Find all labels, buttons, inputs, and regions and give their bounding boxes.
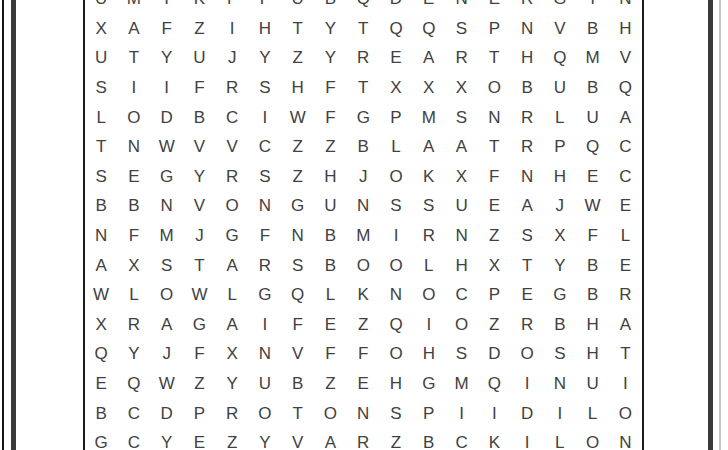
letter-cell-r3c2: T — [118, 43, 151, 73]
letter-cell-r4c12: X — [445, 73, 478, 103]
letter-cell-r9c5: G — [216, 221, 249, 251]
letter-cell-r5c4: B — [183, 102, 216, 132]
letter-cell-r1c1: U — [85, 0, 118, 14]
letter-cell-r12c2: R — [118, 310, 151, 340]
letter-cell-r6c11: A — [413, 132, 446, 162]
letter-cell-r14c4: Z — [183, 369, 216, 399]
letter-cell-r16c14: I — [511, 428, 544, 450]
letter-cell-r8c11: S — [413, 191, 446, 221]
letter-cell-r4c11: X — [413, 73, 446, 103]
letter-cell-r4c9: T — [347, 73, 380, 103]
letter-cell-r3c10: E — [380, 43, 413, 73]
letter-cell-r11c11: O — [413, 280, 446, 310]
letter-cell-r8c4: V — [183, 191, 216, 221]
letter-cell-r1c10: D — [380, 0, 413, 14]
letter-cell-r1c2: M — [118, 0, 151, 14]
letter-cell-r16c12: C — [445, 428, 478, 450]
letter-cell-r13c6: N — [249, 339, 282, 369]
letter-cell-r15c7: T — [282, 398, 315, 428]
letter-cell-r1c7: U — [282, 0, 315, 14]
letter-cell-r9c10: I — [380, 221, 413, 251]
letter-cell-r8c6: N — [249, 191, 282, 221]
letter-cell-r13c8: F — [314, 339, 347, 369]
letter-cell-r7c2: E — [118, 162, 151, 192]
letter-cell-r3c13: T — [478, 43, 511, 73]
letter-cell-r5c8: F — [314, 102, 347, 132]
letter-cell-r16c9: R — [347, 428, 380, 450]
letter-cell-r9c1: N — [85, 221, 118, 251]
letter-cell-r4c16: B — [576, 73, 609, 103]
letter-cell-r4c8: F — [314, 73, 347, 103]
letter-cell-r6c15: P — [544, 132, 577, 162]
letter-cell-r6c13: T — [478, 132, 511, 162]
letter-cell-r14c8: Z — [314, 369, 347, 399]
word-search-grid: UMIKFFUBQDENERGYNXAFZIHTYTQQSPNVBHUTYUJY… — [85, 0, 642, 450]
letter-cell-r8c5: O — [216, 191, 249, 221]
letter-cell-r6c5: V — [216, 132, 249, 162]
letter-cell-r2c9: T — [347, 14, 380, 44]
letter-cell-r15c4: P — [183, 398, 216, 428]
letter-cell-r13c13: D — [478, 339, 511, 369]
letter-cell-r7c7: Z — [282, 162, 315, 192]
letter-cell-r7c6: S — [249, 162, 282, 192]
letter-cell-r13c9: F — [347, 339, 380, 369]
letter-cell-r9c17: L — [609, 221, 642, 251]
letter-cell-r5c14: R — [511, 102, 544, 132]
letter-cell-r15c1: B — [85, 398, 118, 428]
letter-cell-r10c3: S — [151, 250, 184, 280]
page-frame-left-outer-rule — [2, 0, 4, 450]
letter-cell-r6c2: N — [118, 132, 151, 162]
letter-cell-r11c9: K — [347, 280, 380, 310]
letter-cell-r14c10: H — [380, 369, 413, 399]
letter-cell-r11c2: L — [118, 280, 151, 310]
letter-cell-r3c16: M — [576, 43, 609, 73]
letter-cell-r15c11: P — [413, 398, 446, 428]
letter-cell-r15c12: I — [445, 398, 478, 428]
letter-cell-r3c11: A — [413, 43, 446, 73]
letter-cell-r16c16: O — [576, 428, 609, 450]
letter-cell-r12c3: A — [151, 310, 184, 340]
letter-cell-r4c14: B — [511, 73, 544, 103]
letter-cell-r13c16: H — [576, 339, 609, 369]
letter-cell-r10c17: E — [609, 250, 642, 280]
letter-cell-r7c3: G — [151, 162, 184, 192]
letter-cell-r7c1: S — [85, 162, 118, 192]
letter-cell-r11c8: L — [314, 280, 347, 310]
letter-cell-r6c14: R — [511, 132, 544, 162]
letter-cell-r14c9: E — [347, 369, 380, 399]
letter-cell-r13c5: X — [216, 339, 249, 369]
letter-cell-r6c17: C — [609, 132, 642, 162]
letter-cell-r15c2: C — [118, 398, 151, 428]
letter-cell-r13c2: Y — [118, 339, 151, 369]
letter-cell-r6c3: W — [151, 132, 184, 162]
letter-cell-r8c15: J — [544, 191, 577, 221]
letter-cell-r15c6: O — [249, 398, 282, 428]
letter-cell-r2c14: N — [511, 14, 544, 44]
letter-cell-r13c17: T — [609, 339, 642, 369]
letter-cell-r15c14: D — [511, 398, 544, 428]
letter-cell-r7c17: C — [609, 162, 642, 192]
letter-cell-r11c17: R — [609, 280, 642, 310]
letter-cell-r11c1: W — [85, 280, 118, 310]
letter-cell-r5c5: C — [216, 102, 249, 132]
letter-cell-r16c3: Y — [151, 428, 184, 450]
letter-cell-r9c14: S — [511, 221, 544, 251]
letter-cell-r4c10: X — [380, 73, 413, 103]
letter-cell-r16c1: G — [85, 428, 118, 450]
letter-cell-r12c7: F — [282, 310, 315, 340]
letter-cell-r2c8: Y — [314, 14, 347, 44]
letter-cell-r9c11: R — [413, 221, 446, 251]
letter-cell-r15c3: D — [151, 398, 184, 428]
letter-cell-r11c7: Q — [282, 280, 315, 310]
letter-cell-r10c14: T — [511, 250, 544, 280]
letter-cell-r2c7: T — [282, 14, 315, 44]
letter-cell-r10c5: A — [216, 250, 249, 280]
letter-cell-r5c7: W — [282, 102, 315, 132]
letter-cell-r8c9: N — [347, 191, 380, 221]
letter-cell-r7c14: N — [511, 162, 544, 192]
letter-cell-r14c2: Q — [118, 369, 151, 399]
letter-cell-r1c12: N — [445, 0, 478, 14]
letter-cell-r10c11: L — [413, 250, 446, 280]
letter-cell-r12c1: X — [85, 310, 118, 340]
letter-cell-r15c8: O — [314, 398, 347, 428]
letter-cell-r11c16: B — [576, 280, 609, 310]
letter-cell-r8c8: U — [314, 191, 347, 221]
letter-cell-r11c13: P — [478, 280, 511, 310]
letter-cell-r2c1: X — [85, 14, 118, 44]
letter-cell-r7c16: E — [576, 162, 609, 192]
letter-cell-r12c6: I — [249, 310, 282, 340]
letter-cell-r4c13: O — [478, 73, 511, 103]
letter-cell-r14c12: M — [445, 369, 478, 399]
letter-cell-r16c17: N — [609, 428, 642, 450]
letter-cell-r16c7: V — [282, 428, 315, 450]
letter-cell-r1c8: B — [314, 0, 347, 14]
letter-cell-r15c9: N — [347, 398, 380, 428]
letter-cell-r9c9: M — [347, 221, 380, 251]
letter-cell-r13c4: F — [183, 339, 216, 369]
letter-cell-r2c3: F — [151, 14, 184, 44]
letter-cell-r10c13: X — [478, 250, 511, 280]
letter-cell-r1c5: F — [216, 0, 249, 14]
letter-cell-r5c2: O — [118, 102, 151, 132]
letter-cell-r13c15: S — [544, 339, 577, 369]
letter-cell-r9c2: F — [118, 221, 151, 251]
letter-cell-r16c11: B — [413, 428, 446, 450]
letter-cell-r14c13: Q — [478, 369, 511, 399]
letter-cell-r10c1: A — [85, 250, 118, 280]
letter-cell-r11c12: C — [445, 280, 478, 310]
letter-cell-r13c1: Q — [85, 339, 118, 369]
letter-cell-r2c10: Q — [380, 14, 413, 44]
letter-cell-r3c17: V — [609, 43, 642, 73]
letter-cell-r12c16: H — [576, 310, 609, 340]
letter-cell-r7c11: K — [413, 162, 446, 192]
letter-cell-r12c15: B — [544, 310, 577, 340]
letter-cell-r2c17: H — [609, 14, 642, 44]
letter-cell-r16c5: Z — [216, 428, 249, 450]
letter-cell-r14c5: Y — [216, 369, 249, 399]
letter-cell-r4c3: I — [151, 73, 184, 103]
letter-cell-r15c16: L — [576, 398, 609, 428]
letter-cell-r3c8: Y — [314, 43, 347, 73]
letter-cell-r13c3: J — [151, 339, 184, 369]
letter-cell-r5c10: P — [380, 102, 413, 132]
letter-cell-r15c17: O — [609, 398, 642, 428]
letter-cell-r11c5: L — [216, 280, 249, 310]
letter-cell-r3c12: R — [445, 43, 478, 73]
letter-cell-r3c15: Q — [544, 43, 577, 73]
letter-cell-r15c10: S — [380, 398, 413, 428]
letter-cell-r13c7: V — [282, 339, 315, 369]
letter-cell-r10c7: S — [282, 250, 315, 280]
letter-cell-r5c16: U — [576, 102, 609, 132]
letter-cell-r7c10: O — [380, 162, 413, 192]
letter-cell-r1c16: Y — [576, 0, 609, 14]
letter-cell-r16c13: K — [478, 428, 511, 450]
letter-cell-r2c11: Q — [413, 14, 446, 44]
letter-cell-r2c5: I — [216, 14, 249, 44]
letter-cell-r10c10: O — [380, 250, 413, 280]
letter-cell-r6c12: A — [445, 132, 478, 162]
letter-cell-r1c13: E — [478, 0, 511, 14]
letter-cell-r15c15: I — [544, 398, 577, 428]
letter-cell-r16c4: E — [183, 428, 216, 450]
letter-cell-r14c11: G — [413, 369, 446, 399]
letter-cell-r6c10: L — [380, 132, 413, 162]
letter-cell-r2c12: S — [445, 14, 478, 44]
letter-cell-r1c14: R — [511, 0, 544, 14]
letter-cell-r6c4: V — [183, 132, 216, 162]
letter-cell-r3c3: Y — [151, 43, 184, 73]
letter-cell-r14c6: U — [249, 369, 282, 399]
letter-cell-r4c4: F — [183, 73, 216, 103]
letter-cell-r16c2: C — [118, 428, 151, 450]
letter-cell-r7c15: H — [544, 162, 577, 192]
letter-cell-r3c5: J — [216, 43, 249, 73]
letter-cell-r2c2: A — [118, 14, 151, 44]
letter-cell-r3c9: R — [347, 43, 380, 73]
letter-cell-r12c8: E — [314, 310, 347, 340]
letter-cell-r12c13: Z — [478, 310, 511, 340]
letter-cell-r13c11: H — [413, 339, 446, 369]
letter-cell-r3c4: U — [183, 43, 216, 73]
letter-cell-r10c6: R — [249, 250, 282, 280]
letter-cell-r14c14: I — [511, 369, 544, 399]
letter-cell-r13c12: S — [445, 339, 478, 369]
letter-cell-r5c3: D — [151, 102, 184, 132]
letter-cell-r10c4: T — [183, 250, 216, 280]
letter-cell-r11c4: W — [183, 280, 216, 310]
letter-cell-r1c15: G — [544, 0, 577, 14]
letter-cell-r12c11: I — [413, 310, 446, 340]
letter-cell-r11c3: O — [151, 280, 184, 310]
letter-cell-r5c13: N — [478, 102, 511, 132]
letter-cell-r1c11: E — [413, 0, 446, 14]
letter-cell-r1c17: N — [609, 0, 642, 14]
letter-cell-r12c14: R — [511, 310, 544, 340]
letter-cell-r1c6: F — [249, 0, 282, 14]
letter-cell-r8c17: E — [609, 191, 642, 221]
letter-cell-r4c7: H — [282, 73, 315, 103]
letter-cell-r6c9: B — [347, 132, 380, 162]
letter-cell-r12c4: G — [183, 310, 216, 340]
worksheet-page: { "colors": { "page_background": "#fffff… — [0, 0, 728, 450]
letter-cell-r11c10: N — [380, 280, 413, 310]
page-frame-right-inner-rule — [708, 0, 713, 450]
letter-cell-r9c8: B — [314, 221, 347, 251]
letter-cell-r14c15: N — [544, 369, 577, 399]
letter-cell-r15c5: R — [216, 398, 249, 428]
letter-cell-r9c3: M — [151, 221, 184, 251]
letter-cell-r9c4: J — [183, 221, 216, 251]
letter-cell-r8c3: N — [151, 191, 184, 221]
letter-cell-r10c9: O — [347, 250, 380, 280]
letter-cell-r12c5: A — [216, 310, 249, 340]
letter-cell-r16c15: L — [544, 428, 577, 450]
letter-cell-r7c8: H — [314, 162, 347, 192]
letter-cell-r12c17: A — [609, 310, 642, 340]
letter-cell-r11c6: G — [249, 280, 282, 310]
letter-cell-r9c7: N — [282, 221, 315, 251]
letter-cell-r2c13: P — [478, 14, 511, 44]
letter-cell-r10c15: Y — [544, 250, 577, 280]
letter-cell-r10c8: B — [314, 250, 347, 280]
letter-cell-r3c6: Y — [249, 43, 282, 73]
letter-cell-r5c6: I — [249, 102, 282, 132]
letter-cell-r3c1: U — [85, 43, 118, 73]
letter-cell-r1c3: I — [151, 0, 184, 14]
letter-cell-r6c16: Q — [576, 132, 609, 162]
letter-cell-r12c12: O — [445, 310, 478, 340]
letter-cell-r2c15: V — [544, 14, 577, 44]
letter-cell-r12c10: Q — [380, 310, 413, 340]
page-frame-left-inner-rule — [11, 0, 16, 450]
letter-cell-r5c1: L — [85, 102, 118, 132]
letter-cell-r16c8: A — [314, 428, 347, 450]
letter-cell-r6c6: C — [249, 132, 282, 162]
letter-cell-r9c15: X — [544, 221, 577, 251]
letter-cell-r4c2: I — [118, 73, 151, 103]
word-search-board: UMIKFFUBQDENERGYNXAFZIHTYTQQSPNVBHUTYUJY… — [83, 0, 644, 450]
letter-cell-r13c14: O — [511, 339, 544, 369]
letter-cell-r8c16: W — [576, 191, 609, 221]
letter-cell-r7c5: R — [216, 162, 249, 192]
letter-cell-r13c10: O — [380, 339, 413, 369]
letter-cell-r5c11: M — [413, 102, 446, 132]
letter-cell-r11c15: G — [544, 280, 577, 310]
letter-cell-r4c5: R — [216, 73, 249, 103]
letter-cell-r15c13: I — [478, 398, 511, 428]
letter-cell-r12c9: Z — [347, 310, 380, 340]
letter-cell-r5c12: S — [445, 102, 478, 132]
letter-cell-r1c4: K — [183, 0, 216, 14]
letter-cell-r9c12: N — [445, 221, 478, 251]
letter-cell-r10c2: X — [118, 250, 151, 280]
letter-cell-r8c2: B — [118, 191, 151, 221]
letter-cell-r6c8: Z — [314, 132, 347, 162]
letter-cell-r5c15: L — [544, 102, 577, 132]
letter-cell-r2c16: B — [576, 14, 609, 44]
letter-cell-r11c14: E — [511, 280, 544, 310]
letter-cell-r14c17: I — [609, 369, 642, 399]
letter-cell-r5c17: A — [609, 102, 642, 132]
letter-cell-r4c15: U — [544, 73, 577, 103]
letter-cell-r8c10: S — [380, 191, 413, 221]
letter-cell-r14c7: B — [282, 369, 315, 399]
letter-cell-r14c16: U — [576, 369, 609, 399]
letter-cell-r16c6: Y — [249, 428, 282, 450]
letter-cell-r7c4: Y — [183, 162, 216, 192]
letter-cell-r4c17: Q — [609, 73, 642, 103]
letter-cell-r8c14: A — [511, 191, 544, 221]
letter-cell-r14c3: W — [151, 369, 184, 399]
letter-cell-r1c9: Q — [347, 0, 380, 14]
letter-cell-r2c6: H — [249, 14, 282, 44]
letter-cell-r8c13: E — [478, 191, 511, 221]
letter-cell-r14c1: E — [85, 369, 118, 399]
letter-cell-r10c12: H — [445, 250, 478, 280]
letter-cell-r4c1: S — [85, 73, 118, 103]
letter-cell-r5c9: G — [347, 102, 380, 132]
letter-cell-r16c10: Z — [380, 428, 413, 450]
letter-cell-r9c6: F — [249, 221, 282, 251]
letter-cell-r9c16: F — [576, 221, 609, 251]
letter-cell-r4c6: S — [249, 73, 282, 103]
letter-cell-r10c16: B — [576, 250, 609, 280]
letter-cell-r7c12: X — [445, 162, 478, 192]
letter-cell-r3c14: H — [511, 43, 544, 73]
letter-cell-r8c7: G — [282, 191, 315, 221]
letter-cell-r2c4: Z — [183, 14, 216, 44]
letter-cell-r7c9: J — [347, 162, 380, 192]
page-frame-right-outer-rule — [719, 0, 721, 450]
letter-cell-r8c12: U — [445, 191, 478, 221]
letter-cell-r7c13: F — [478, 162, 511, 192]
letter-cell-r6c1: T — [85, 132, 118, 162]
letter-cell-r9c13: Z — [478, 221, 511, 251]
letter-cell-r3c7: Z — [282, 43, 315, 73]
letter-cell-r6c7: Z — [282, 132, 315, 162]
letter-cell-r8c1: B — [85, 191, 118, 221]
